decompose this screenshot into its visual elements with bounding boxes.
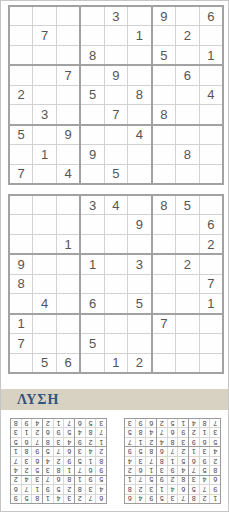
sudoku-cell-r3c8: 7 (136, 476, 146, 484)
sudoku-cell-r3c7[interactable]: 5 (153, 46, 175, 64)
sudoku-cell-r6c5[interactable] (105, 294, 127, 312)
sudoku-cell-r4c6: 3 (157, 466, 167, 474)
sudoku-cell-r2c1: 9 (210, 485, 220, 493)
sudoku-cell-r7c4[interactable] (81, 315, 103, 333)
sudoku-cell-r7c3[interactable]: 9 (57, 126, 79, 144)
sudoku-cell-r8c8: 8 (136, 428, 146, 436)
sudoku-cell-r2c7[interactable] (153, 26, 175, 44)
sudoku-cell-r4c8[interactable]: 2 (176, 255, 198, 273)
sudoku-cell-r5c3[interactable] (57, 275, 79, 293)
sudoku-cell-r6c2[interactable]: 3 (33, 105, 55, 123)
sudoku-cell-r9c6: 2 (43, 419, 53, 427)
sudoku-cell-r7c5[interactable] (105, 126, 127, 144)
sudoku-cell-r3c5: 2 (168, 476, 178, 484)
sudoku-cell-r6c1[interactable] (10, 294, 32, 312)
sudoku-cell-r1c4[interactable]: 3 (81, 196, 103, 214)
sudoku-cell-r4c9: 2 (125, 466, 135, 474)
sudoku-cell-r6c4[interactable]: 6 (81, 294, 103, 312)
sudoku-cell-r9c7[interactable] (153, 354, 175, 372)
sudoku-cell-r8c8: 1 (22, 428, 32, 436)
sudoku-cell-r5c4[interactable] (81, 275, 103, 293)
sudoku-cell-r9c9: 8 (11, 419, 21, 427)
sudoku-box: 648 (153, 66, 222, 123)
sudoku-cell-r8c6[interactable] (128, 145, 150, 163)
sudoku-cell-r8c8[interactable] (176, 334, 198, 352)
sudoku-cell-r9c8: 9 (136, 419, 146, 427)
sudoku-cell-r6c3: 3 (75, 447, 85, 455)
sudoku-cell-r8c9[interactable] (200, 145, 222, 163)
sudoku-cell-r2c3[interactable] (57, 26, 79, 44)
sudoku-cell-r9c8[interactable] (176, 354, 198, 372)
sudoku-cell-r5c1[interactable]: 8 (10, 275, 32, 293)
sudoku-cell-r9c7: 4 (32, 419, 42, 427)
sudoku-cell-r2c9: 8 (125, 485, 135, 493)
sudoku-cell-r2c6: 1 (157, 485, 167, 493)
sudoku-cell-r5c9[interactable]: 7 (200, 275, 222, 293)
sudoku-cell-r1c3[interactable] (57, 7, 79, 25)
sudoku-cell-r6c6: 5 (43, 447, 53, 455)
sudoku-cell-r1c3: 2 (75, 495, 85, 503)
sudoku-cell-r8c6: 7 (157, 428, 167, 436)
sudoku-cell-r3c6[interactable] (128, 235, 150, 253)
sudoku-cell-r6c1[interactable] (10, 105, 32, 123)
sudoku-cell-r4c7[interactable] (153, 255, 175, 273)
sudoku-cell-r8c6: 6 (43, 428, 53, 436)
sudoku-cell-r9c6[interactable] (128, 165, 150, 183)
sudoku-cell-r4c5: 9 (168, 466, 178, 474)
sudoku-cell-r6c4: 6 (64, 447, 74, 455)
sudoku-cell-r5c7: 7 (146, 457, 156, 465)
sudoku-cell-r3c9: 2 (11, 476, 21, 484)
sudoku-cell-r8c7[interactable] (153, 145, 175, 163)
sudoku-cell-r3c8[interactable] (176, 235, 198, 253)
sudoku-cell-r4c5[interactable]: 9 (105, 66, 127, 84)
sudoku-cell-r7c2: 6 (200, 438, 210, 446)
sudoku-cell-r5c8: 3 (22, 457, 32, 465)
sudoku-cell-r5c5[interactable] (105, 86, 127, 104)
sudoku-cell-r2c6[interactable]: 1 (128, 26, 150, 44)
sudoku-cell-r3c2[interactable] (33, 235, 55, 253)
sudoku-cell-r2c4[interactable] (81, 26, 103, 44)
sudoku-cell-r4c1[interactable]: 9 (10, 255, 32, 273)
sudoku-cell-r9c2: 5 (86, 419, 96, 427)
sudoku-cell-r5c2: 1 (86, 457, 96, 465)
sudoku-cell-r2c5: 5 (54, 485, 64, 493)
sudoku-cell-r6c8: 8 (22, 447, 32, 455)
sudoku-cell-r7c5[interactable] (105, 315, 127, 333)
sudoku-cell-r5c9[interactable]: 4 (200, 86, 222, 104)
sudoku-cell-r6c8[interactable] (176, 294, 198, 312)
sudoku-cell-r6c9[interactable] (200, 105, 222, 123)
sudoku-cell-r4c2: 6 (86, 466, 96, 474)
sudoku-cell-r1c6[interactable] (128, 7, 150, 25)
sudoku-cell-r6c7[interactable]: 8 (153, 105, 175, 123)
sudoku-box: 384967152 (157, 419, 188, 446)
sudoku-cell-r6c9: 9 (125, 447, 135, 455)
sudoku-box: 162734859 (125, 447, 156, 474)
sudoku-cell-r4c7: 1 (146, 466, 156, 474)
sudoku-cell-r3c8: 4 (22, 476, 32, 484)
sudoku-cell-r9c2[interactable] (33, 165, 55, 183)
sudoku-cell-r3c1: 5 (96, 476, 106, 484)
sudoku-cell-r4c6[interactable]: 3 (128, 255, 150, 273)
sudoku-cell-r3c2[interactable] (33, 46, 55, 64)
sudoku-cell-r1c9[interactable] (200, 196, 222, 214)
sudoku-cell-r6c7: 9 (32, 447, 42, 455)
sudoku-cell-r7c1: 5 (210, 438, 220, 446)
sudoku-cell-r3c9[interactable]: 2 (200, 235, 222, 253)
sudoku-cell-r7c1[interactable]: 5 (10, 126, 32, 144)
sudoku-cell-r3c1[interactable] (10, 235, 32, 253)
sudoku-cell-r1c1: 6 (96, 495, 106, 503)
sudoku-cell-r9c1[interactable]: 7 (10, 165, 32, 183)
sudoku-cell-r1c6: 5 (157, 495, 167, 503)
sudoku-cell-r4c4[interactable]: 1 (81, 255, 103, 273)
sudoku-cell-r9c4[interactable] (81, 165, 103, 183)
sudoku-cell-r9c3[interactable]: 4 (57, 165, 79, 183)
sudoku-cell-r6c2[interactable]: 4 (33, 294, 55, 312)
sudoku-cell-r5c7[interactable] (153, 86, 175, 104)
sudoku-cell-r8c3: 2 (189, 428, 199, 436)
sudoku-cell-r1c6[interactable] (128, 196, 150, 214)
sudoku-cell-r8c4[interactable]: 5 (81, 334, 103, 352)
sudoku-cell-r6c9[interactable]: 1 (200, 294, 222, 312)
sudoku-cell-r1c2: 2 (200, 495, 210, 503)
sudoku-box: 59174 (10, 126, 79, 183)
sudoku-cell-r3c7: 5 (146, 476, 156, 484)
sudoku-cell-r1c8[interactable]: 5 (176, 196, 198, 214)
sudoku-cell-r3c3[interactable]: 1 (57, 235, 79, 253)
sudoku-cell-r6c1: 2 (96, 447, 106, 455)
sudoku-cell-r1c9: 6 (125, 495, 135, 503)
sudoku-cell-r3c1[interactable] (10, 46, 32, 64)
sudoku-cell-r5c7[interactable] (153, 275, 175, 293)
sudoku-cell-r3c7[interactable] (153, 235, 175, 253)
solution-banner: ΛΥΣΗ (1, 389, 228, 410)
sudoku-box: 946328571 (125, 476, 156, 503)
sudoku-cell-r9c6: 2 (157, 419, 167, 427)
sudoku-cell-r1c9[interactable]: 6 (200, 7, 222, 25)
sudoku-cell-r4c1[interactable] (10, 66, 32, 84)
sudoku-cell-r7c5: 8 (168, 438, 178, 446)
sudoku-cell-r8c3[interactable] (57, 145, 79, 163)
sudoku-cell-r3c9: 1 (125, 476, 135, 484)
sudoku-cell-r2c3[interactable] (57, 215, 79, 233)
sudoku-cell-r1c4[interactable] (81, 7, 103, 25)
sudoku-cell-r2c8[interactable]: 2 (176, 26, 198, 44)
sudoku-cell-r1c9: 9 (11, 495, 21, 503)
sudoku-cell-r6c3[interactable] (57, 105, 79, 123)
sudoku-cell-r6c2: 3 (200, 447, 210, 455)
sudoku-box: 271 (153, 255, 222, 312)
sudoku-cell-r8c5[interactable] (105, 334, 127, 352)
sudoku-cell-r4c9[interactable] (200, 66, 222, 84)
sudoku-cell-r7c1: 1 (96, 438, 106, 446)
sudoku-cell-r6c5[interactable]: 7 (105, 105, 127, 123)
sudoku-cell-r2c1[interactable] (10, 215, 32, 233)
sudoku-cell-r3c5[interactable] (105, 46, 127, 64)
sudoku-cell-r8c5[interactable] (105, 145, 127, 163)
sudoku-cell-r3c4[interactable] (81, 235, 103, 253)
sudoku-cell-r5c9: 4 (125, 457, 135, 465)
sudoku-box: 984 (10, 255, 79, 312)
sudoku-cell-r5c6[interactable]: 8 (128, 86, 150, 104)
sudoku-cell-r3c6: 7 (43, 476, 53, 484)
sudoku-cell-r2c6[interactable]: 9 (128, 215, 150, 233)
sudoku-cell-r8c7[interactable] (153, 334, 175, 352)
sudoku-cell-r2c6: 9 (43, 485, 53, 493)
sudoku-cell-r4c9[interactable] (200, 255, 222, 273)
sudoku-cell-r9c1[interactable] (10, 354, 32, 372)
sudoku-cell-r5c8: 3 (136, 457, 146, 465)
sudoku-cell-r5c2: 9 (200, 457, 210, 465)
sudoku-cell-r4c1: 8 (210, 466, 220, 474)
sudoku-cell-r8c4: 5 (64, 428, 74, 436)
sudoku-cell-r2c5: 4 (168, 485, 178, 493)
sudoku-cell-r2c8: 2 (136, 485, 146, 493)
sudoku-cell-r1c8: 5 (22, 495, 32, 503)
sudoku-cell-r9c4: 7 (64, 419, 74, 427)
sudoku-cell-r1c2[interactable] (33, 7, 55, 25)
sudoku-cell-r9c1: 3 (96, 419, 106, 427)
sudoku-cell-r1c8: 4 (136, 495, 146, 503)
sudoku-cell-r3c6: 9 (157, 476, 167, 484)
sudoku-cell-r7c6[interactable]: 4 (128, 126, 150, 144)
sudoku-cell-r7c4: 4 (64, 438, 74, 446)
sudoku-cell-r9c9[interactable] (200, 354, 222, 372)
sudoku-cell-r9c3: 4 (189, 419, 199, 427)
sudoku-cell-r4c6[interactable] (128, 66, 150, 84)
sudoku-cell-r7c4: 3 (178, 438, 188, 446)
sudoku-cell-r7c8: 1 (136, 438, 146, 446)
sudoku-box: 857296431 (189, 447, 220, 474)
sudoku-cell-r6c6[interactable]: 5 (128, 294, 150, 312)
sudoku-cell-r1c4: 7 (178, 495, 188, 503)
sudoku-cell-r7c9: 7 (125, 438, 135, 446)
sudoku-cell-r6c7: 8 (146, 447, 156, 455)
sudoku-cell-r1c2: 7 (86, 495, 96, 503)
sudoku-cell-r2c8: 7 (22, 485, 32, 493)
sudoku-cell-r5c4[interactable]: 5 (81, 86, 103, 104)
sudoku-cell-r9c7[interactable] (153, 165, 175, 183)
sudoku-cell-r4c5[interactable] (105, 255, 127, 273)
sudoku-cell-r3c5[interactable] (105, 235, 127, 253)
sudoku-cell-r4c8: 2 (22, 466, 32, 474)
sudoku-box: 318 (81, 7, 150, 64)
sudoku-cell-r2c2[interactable] (33, 215, 55, 233)
sudoku-cell-r2c7: 1 (32, 485, 42, 493)
sudoku-cell-r9c9[interactable] (200, 165, 222, 183)
sudoku-cell-r7c8: 6 (22, 438, 32, 446)
sudoku-cell-r1c5: 4 (54, 495, 64, 503)
sudoku-box: 569312784 (189, 419, 220, 446)
sudoku-cell-r9c3[interactable]: 6 (57, 354, 79, 372)
sudoku-cell-r4c3[interactable]: 7 (57, 66, 79, 84)
sudoku-cell-r7c1[interactable]: 1 (10, 315, 32, 333)
sudoku-cell-r7c8[interactable] (176, 315, 198, 333)
sudoku-cell-r9c5[interactable]: 1 (105, 354, 127, 372)
sudoku-cell-r3c4: 8 (178, 476, 188, 484)
sudoku-cell-r5c6: 4 (43, 457, 53, 465)
solution-grid-right-puzzle-1: 1289756437356418299463285718572964314935… (124, 418, 221, 504)
sudoku-cell-r1c3[interactable] (57, 196, 79, 214)
sudoku-cell-r4c2[interactable] (33, 255, 55, 273)
sudoku-cell-r5c7: 6 (32, 457, 42, 465)
sudoku-cell-r1c7[interactable]: 9 (153, 7, 175, 25)
sudoku-cell-r4c4: 4 (178, 466, 188, 474)
sudoku-cell-r8c6[interactable] (128, 334, 150, 352)
sudoku-cell-r7c2[interactable] (33, 315, 55, 333)
sudoku-cell-r4c8[interactable]: 6 (176, 66, 198, 84)
sudoku-cell-r6c3[interactable] (57, 294, 79, 312)
magazine-page: 7318962517239587648591744958 13498562984… (0, 0, 229, 512)
sudoku-cell-r7c7[interactable] (153, 126, 175, 144)
sudoku-cell-r3c4: 8 (64, 476, 74, 484)
sudoku-cell-r2c2: 7 (200, 485, 210, 493)
sudoku-cell-r5c1: 8 (96, 457, 106, 465)
sudoku-cell-r9c6[interactable]: 2 (128, 354, 150, 372)
sudoku-cell-r2c5[interactable] (105, 215, 127, 233)
sudoku-cell-r7c9[interactable] (200, 126, 222, 144)
sudoku-cell-r6c6[interactable] (128, 105, 150, 123)
sudoku-cell-r4c2: 5 (200, 466, 210, 474)
sudoku-cell-r7c8[interactable] (176, 126, 198, 144)
puzzle-2-grid: 13498562984136527117565127 (8, 194, 224, 374)
puzzle-1-grid: 7318962517239587648591744958 (8, 5, 224, 185)
sudoku-cell-r3c3[interactable] (57, 46, 79, 64)
sudoku-cell-r7c6[interactable] (128, 315, 150, 333)
sudoku-box: 7 (153, 315, 222, 372)
sudoku-cell-r9c8[interactable] (176, 165, 198, 183)
sudoku-cell-r7c6: 4 (157, 438, 167, 446)
sudoku-cell-r4c7[interactable] (153, 66, 175, 84)
sudoku-cell-r7c2: 2 (86, 438, 96, 446)
sudoku-box: 8562 (153, 196, 222, 253)
sudoku-cell-r1c7: 8 (32, 495, 42, 503)
sudoku-cell-r2c3: 5 (189, 485, 199, 493)
sudoku-cell-r7c7[interactable]: 7 (153, 315, 175, 333)
sudoku-cell-r7c3[interactable] (57, 315, 79, 333)
sudoku-box: 438596712 (43, 419, 74, 446)
sudoku-cell-r2c2: 3 (86, 485, 96, 493)
sudoku-cell-r9c2[interactable]: 5 (33, 354, 55, 372)
sudoku-box: 735641829 (157, 476, 188, 503)
sudoku-cell-r4c2[interactable] (33, 66, 55, 84)
sudoku-cell-r5c1[interactable]: 2 (10, 86, 32, 104)
sudoku-cell-r8c2[interactable]: 1 (33, 145, 55, 163)
sudoku-cell-r2c7[interactable] (153, 215, 175, 233)
sudoku-cell-r5c2[interactable] (33, 86, 55, 104)
sudoku-cell-r2c9[interactable] (200, 26, 222, 44)
sudoku-cell-r7c9: 5 (11, 438, 21, 446)
sudoku-cell-r5c5: 2 (54, 457, 64, 465)
sudoku-cell-r6c8[interactable] (176, 105, 198, 123)
sudoku-cell-r8c1[interactable] (10, 145, 32, 163)
sudoku-cell-r8c2: 8 (86, 428, 96, 436)
sudoku-cell-r4c3: 7 (189, 466, 199, 474)
sudoku-cell-r3c8[interactable] (176, 46, 198, 64)
sudoku-cell-r9c4[interactable] (81, 354, 103, 372)
sudoku-cell-r8c9[interactable] (200, 334, 222, 352)
sudoku-cell-r5c8[interactable] (176, 275, 198, 293)
sudoku-cell-r2c9[interactable]: 6 (200, 215, 222, 233)
sudoku-cell-r8c5: 6 (168, 428, 178, 436)
sudoku-box: 493518276 (157, 447, 188, 474)
sudoku-cell-r3c2: 4 (200, 476, 210, 484)
sudoku-cell-r9c5[interactable]: 5 (105, 165, 127, 183)
sudoku-cell-r4c4[interactable] (81, 66, 103, 84)
sudoku-cell-r1c3: 8 (189, 495, 199, 503)
sudoku-cell-r5c3[interactable] (57, 86, 79, 104)
sudoku-cell-r8c2: 1 (200, 428, 210, 436)
sudoku-cell-r5c6[interactable] (128, 275, 150, 293)
sudoku-cell-r8c2[interactable] (33, 334, 55, 352)
sudoku-cell-r1c1[interactable] (10, 196, 32, 214)
sudoku-box: 524637981 (11, 447, 42, 474)
sudoku-cell-r1c5[interactable]: 3 (105, 7, 127, 25)
sudoku-cell-r2c1: 4 (96, 485, 106, 493)
sudoku-cell-r5c5[interactable] (105, 275, 127, 293)
sudoku-cell-r2c4[interactable] (81, 215, 103, 233)
sudoku-cell-r2c3: 8 (75, 485, 85, 493)
sudoku-box: 1756 (10, 315, 79, 372)
sudoku-cell-r8c3[interactable] (57, 334, 79, 352)
sudoku-cell-r5c5: 1 (168, 457, 178, 465)
sudoku-cell-r8c1[interactable]: 7 (10, 334, 32, 352)
sudoku-cell-r9c8: 9 (22, 419, 32, 427)
sudoku-cell-r5c3: 5 (75, 457, 85, 465)
sudoku-cell-r1c5[interactable]: 4 (105, 196, 127, 214)
sudoku-cell-r6c5: 7 (168, 447, 178, 455)
sudoku-box: 217485693 (125, 419, 156, 446)
sudoku-cell-r7c2[interactable] (33, 126, 55, 144)
sudoku-cell-r3c4[interactable]: 8 (81, 46, 103, 64)
sudoku-box: 1 (10, 196, 79, 253)
sudoku-cell-r7c4[interactable] (81, 126, 103, 144)
sudoku-cell-r3c9[interactable]: 1 (200, 46, 222, 64)
sudoku-cell-r4c4: 1 (64, 466, 74, 474)
sudoku-box: 341259867 (43, 476, 74, 503)
sudoku-cell-r2c1[interactable] (10, 26, 32, 44)
sudoku-cell-r8c7: 4 (146, 428, 156, 436)
sudoku-cell-r9c2: 8 (200, 419, 210, 427)
sudoku-cell-r6c5: 7 (54, 447, 64, 455)
sudoku-cell-r4c9: 4 (11, 466, 21, 474)
sudoku-cell-r2c7: 3 (146, 485, 156, 493)
sudoku-cell-r5c2[interactable] (33, 275, 55, 293)
sudoku-cell-r1c2[interactable] (33, 196, 55, 214)
sudoku-cell-r9c7: 6 (146, 419, 156, 427)
sudoku-cell-r1c1[interactable] (10, 7, 32, 25)
sudoku-cell-r8c4[interactable]: 9 (81, 145, 103, 163)
sudoku-cell-r1c7[interactable]: 8 (153, 196, 175, 214)
sudoku-cell-r8c8[interactable]: 8 (176, 145, 198, 163)
sudoku-cell-r2c5[interactable] (105, 26, 127, 44)
sudoku-cell-r1c8[interactable] (176, 7, 198, 25)
sudoku-cell-r2c2[interactable]: 7 (33, 26, 55, 44)
sudoku-cell-r6c7[interactable] (153, 294, 175, 312)
solution-grid-left-puzzle-2: 6724385913412598678591763429678152431839… (10, 418, 107, 504)
sudoku-cell-r2c8[interactable] (176, 215, 198, 233)
sudoku-cell-r3c6[interactable] (128, 46, 150, 64)
sudoku-cell-r6c4[interactable] (81, 105, 103, 123)
sudoku-cell-r6c9: 1 (11, 447, 21, 455)
sudoku-cell-r8c1: 7 (96, 428, 106, 436)
sudoku-box: 183924675 (43, 447, 74, 474)
sudoku-cell-r4c3[interactable] (57, 255, 79, 273)
sudoku-cell-r7c9[interactable] (200, 315, 222, 333)
sudoku-cell-r5c8[interactable] (176, 86, 198, 104)
